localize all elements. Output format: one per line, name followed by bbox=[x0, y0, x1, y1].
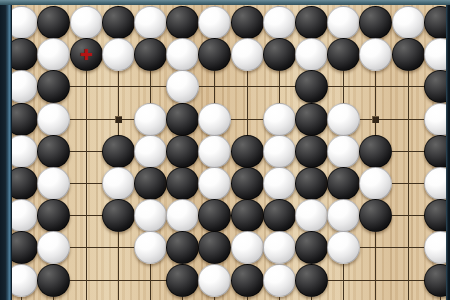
white-stone-glyph: ○ bbox=[170, 71, 194, 102]
black-stone-glyph: ● bbox=[235, 7, 259, 38]
black-stone-c11-r4[interactable]: ● bbox=[359, 135, 392, 168]
white-stone-glyph: ○ bbox=[267, 168, 291, 199]
black-stone-glyph: ● bbox=[299, 265, 323, 296]
white-stone-glyph: ○ bbox=[42, 168, 66, 199]
white-stone-c11-r5[interactable]: ○ bbox=[359, 167, 392, 200]
white-stone-glyph: ○ bbox=[12, 71, 34, 102]
intersection-c11-r2[interactable] bbox=[360, 71, 391, 102]
white-stone-glyph: ○ bbox=[12, 200, 34, 231]
white-stone-glyph: ○ bbox=[267, 104, 291, 135]
black-stone-c6-r1[interactable]: ● bbox=[198, 38, 231, 71]
black-stone-glyph: ● bbox=[428, 265, 446, 296]
white-stone-glyph: ○ bbox=[331, 104, 355, 135]
black-stone-glyph: ● bbox=[299, 168, 323, 199]
black-stone-glyph: ● bbox=[203, 39, 227, 70]
black-stone-glyph: ● bbox=[299, 104, 323, 135]
white-stone-glyph: ○ bbox=[12, 136, 34, 167]
black-stone-c0-r1[interactable]: ● bbox=[12, 38, 38, 71]
black-stone-c13-r6[interactable]: ● bbox=[424, 199, 446, 232]
white-stone-glyph: ○ bbox=[428, 104, 446, 135]
white-stone-glyph: ○ bbox=[170, 39, 194, 70]
white-stone-c8-r8[interactable]: ○ bbox=[263, 264, 296, 297]
white-stone-glyph: ○ bbox=[331, 200, 355, 231]
white-stone-glyph: ○ bbox=[138, 232, 162, 263]
white-stone-c7-r7[interactable]: ○ bbox=[231, 231, 264, 264]
white-stone-c10-r4[interactable]: ○ bbox=[327, 135, 360, 168]
white-stone-glyph: ○ bbox=[12, 265, 34, 296]
white-stone-glyph: ○ bbox=[235, 232, 259, 263]
white-stone-c8-r5[interactable]: ○ bbox=[263, 167, 296, 200]
black-stone-glyph: ● bbox=[42, 265, 66, 296]
black-stone-glyph: ● bbox=[170, 7, 194, 38]
black-stone-glyph: ● bbox=[364, 200, 388, 231]
black-stone-glyph: ● bbox=[170, 168, 194, 199]
black-stone-c13-r2[interactable]: ● bbox=[424, 70, 446, 103]
intersection-c2-r3[interactable] bbox=[71, 104, 102, 135]
black-stone-c13-r8[interactable]: ● bbox=[424, 264, 446, 297]
black-stone-glyph: ● bbox=[299, 7, 323, 38]
white-stone-glyph: ○ bbox=[203, 265, 227, 296]
black-stone-c8-r1[interactable]: ● bbox=[263, 38, 296, 71]
white-stone-c5-r6[interactable]: ○ bbox=[166, 199, 199, 232]
black-stone-c1-r8[interactable]: ● bbox=[37, 264, 70, 297]
window-border-top bbox=[0, 0, 450, 5]
black-stone-glyph: ● bbox=[428, 7, 446, 38]
white-stone-c0-r2[interactable]: ○ bbox=[12, 70, 38, 103]
white-stone-glyph: ○ bbox=[267, 232, 291, 263]
white-stone-c13-r5[interactable]: ○ bbox=[424, 167, 446, 200]
black-stone-glyph: ● bbox=[331, 168, 355, 199]
black-stone-c7-r4[interactable]: ● bbox=[231, 135, 264, 168]
black-stone-glyph: ● bbox=[299, 71, 323, 102]
black-stone-c0-r5[interactable]: ● bbox=[12, 167, 38, 200]
black-stone-c1-r6[interactable]: ● bbox=[37, 199, 70, 232]
white-stone-glyph: ○ bbox=[170, 200, 194, 231]
intersection-c12-r4[interactable] bbox=[393, 136, 424, 167]
intersection-c10-r8[interactable] bbox=[328, 265, 359, 296]
black-stone-c9-r0[interactable]: ● bbox=[295, 6, 328, 39]
white-stone-c5-r1[interactable]: ○ bbox=[166, 38, 199, 71]
white-stone-c6-r3[interactable]: ○ bbox=[198, 103, 231, 136]
intersection-c4-r2[interactable] bbox=[135, 71, 166, 102]
black-stone-glyph: ● bbox=[299, 232, 323, 263]
black-stone-glyph: ● bbox=[428, 200, 446, 231]
white-stone-glyph: ○ bbox=[428, 39, 446, 70]
intersection-c2-r6[interactable] bbox=[71, 200, 102, 231]
intersection-c7-r2[interactable] bbox=[232, 71, 263, 102]
black-stone-c5-r5[interactable]: ● bbox=[166, 167, 199, 200]
black-stone-glyph: ● bbox=[42, 7, 66, 38]
black-stone-glyph: ● bbox=[396, 39, 420, 70]
black-stone-glyph: ● bbox=[106, 200, 130, 231]
white-stone-c8-r7[interactable]: ○ bbox=[263, 231, 296, 264]
intersection-c2-r2[interactable] bbox=[71, 71, 102, 102]
white-stone-c0-r4[interactable]: ○ bbox=[12, 135, 38, 168]
white-stone-glyph: ○ bbox=[138, 7, 162, 38]
white-stone-glyph: ○ bbox=[267, 136, 291, 167]
white-stone-glyph: ○ bbox=[138, 136, 162, 167]
white-stone-glyph: ○ bbox=[364, 168, 388, 199]
white-stone-glyph: ○ bbox=[267, 265, 291, 296]
black-stone-glyph: ● bbox=[170, 232, 194, 263]
black-stone-glyph: ● bbox=[235, 200, 259, 231]
last-move-marker: ✚ bbox=[78, 47, 94, 63]
black-stone-c9-r5[interactable]: ● bbox=[295, 167, 328, 200]
white-stone-c9-r6[interactable]: ○ bbox=[295, 199, 328, 232]
white-stone-glyph: ○ bbox=[42, 39, 66, 70]
white-stone-glyph: ○ bbox=[428, 232, 446, 263]
black-stone-c4-r1[interactable]: ● bbox=[134, 38, 167, 71]
black-stone-c11-r6[interactable]: ● bbox=[359, 199, 392, 232]
black-stone-c1-r2[interactable]: ● bbox=[37, 70, 70, 103]
black-stone-c9-r7[interactable]: ● bbox=[295, 231, 328, 264]
intersection-c4-r8[interactable] bbox=[135, 265, 166, 296]
black-stone-glyph: ● bbox=[42, 200, 66, 231]
intersection-c12-r7[interactable] bbox=[393, 232, 424, 263]
white-stone-c3-r1[interactable]: ○ bbox=[102, 38, 135, 71]
white-stone-c4-r7[interactable]: ○ bbox=[134, 231, 167, 264]
black-stone-glyph: ● bbox=[138, 39, 162, 70]
go-board[interactable]: ○●○●○●○●○●○●○●●○●○●○●○●○●○●○○●○●●●○○●○○●… bbox=[12, 5, 446, 300]
white-stone-glyph: ○ bbox=[299, 39, 323, 70]
black-stone-glyph: ● bbox=[170, 104, 194, 135]
black-stone-c0-r3[interactable]: ● bbox=[12, 103, 38, 136]
window-border-right bbox=[446, 0, 450, 300]
black-stone-glyph: ● bbox=[203, 200, 227, 231]
black-stone-c7-r5[interactable]: ● bbox=[231, 167, 264, 200]
white-stone-c1-r7[interactable]: ○ bbox=[37, 231, 70, 264]
intersection-c2-r7[interactable] bbox=[71, 232, 102, 263]
white-stone-c4-r4[interactable]: ○ bbox=[134, 135, 167, 168]
intersection-c11-r3[interactable] bbox=[360, 104, 391, 135]
black-stone-glyph: ● bbox=[267, 200, 291, 231]
white-stone-glyph: ○ bbox=[235, 39, 259, 70]
black-stone-c6-r7[interactable]: ● bbox=[198, 231, 231, 264]
intersection-c12-r3[interactable] bbox=[393, 104, 424, 135]
black-stone-glyph: ● bbox=[235, 136, 259, 167]
black-stone-c5-r0[interactable]: ● bbox=[166, 6, 199, 39]
black-stone-c7-r0[interactable]: ● bbox=[231, 6, 264, 39]
white-stone-glyph: ○ bbox=[331, 7, 355, 38]
white-stone-c10-r0[interactable]: ○ bbox=[327, 6, 360, 39]
black-stone-c3-r6[interactable]: ● bbox=[102, 199, 135, 232]
white-stone-glyph: ○ bbox=[299, 200, 323, 231]
white-stone-c0-r6[interactable]: ○ bbox=[12, 199, 38, 232]
black-stone-c5-r8[interactable]: ● bbox=[166, 264, 199, 297]
black-stone-glyph: ● bbox=[106, 136, 130, 167]
black-stone-glyph: ● bbox=[331, 39, 355, 70]
intersection-c11-r8[interactable] bbox=[360, 265, 391, 296]
white-stone-c1-r1[interactable]: ○ bbox=[37, 38, 70, 71]
black-stone-glyph: ● bbox=[42, 136, 66, 167]
intersection-c8-r2[interactable] bbox=[264, 71, 295, 102]
black-stone-glyph: ● bbox=[106, 7, 130, 38]
white-stone-c10-r7[interactable]: ○ bbox=[327, 231, 360, 264]
white-stone-glyph: ○ bbox=[396, 7, 420, 38]
black-stone-glyph: ● bbox=[428, 136, 446, 167]
intersection-c7-r3[interactable] bbox=[232, 104, 263, 135]
white-stone-c6-r8[interactable]: ○ bbox=[198, 264, 231, 297]
white-stone-c5-r2[interactable]: ○ bbox=[166, 70, 199, 103]
intersection-c2-r8[interactable] bbox=[71, 265, 102, 296]
black-stone-glyph: ● bbox=[12, 104, 34, 135]
white-stone-c4-r6[interactable]: ○ bbox=[134, 199, 167, 232]
intersection-c12-r8[interactable] bbox=[393, 265, 424, 296]
black-stone-glyph: ● bbox=[267, 39, 291, 70]
black-stone-c7-r6[interactable]: ● bbox=[231, 199, 264, 232]
black-stone-glyph: ● bbox=[203, 232, 227, 263]
black-stone-glyph: ● bbox=[235, 265, 259, 296]
white-stone-c10-r3[interactable]: ○ bbox=[327, 103, 360, 136]
white-stone-glyph: ○ bbox=[203, 104, 227, 135]
black-stone-c3-r0[interactable]: ● bbox=[102, 6, 135, 39]
black-stone-glyph: ● bbox=[42, 71, 66, 102]
white-stone-c7-r1[interactable]: ○ bbox=[231, 38, 264, 71]
black-stone-glyph: ● bbox=[299, 136, 323, 167]
white-stone-c0-r0[interactable]: ○ bbox=[12, 6, 38, 39]
black-stone-glyph: ● bbox=[428, 71, 446, 102]
white-stone-glyph: ○ bbox=[74, 7, 98, 38]
black-stone-glyph: ● bbox=[170, 265, 194, 296]
white-stone-c3-r5[interactable]: ○ bbox=[102, 167, 135, 200]
black-stone-glyph: ● bbox=[170, 136, 194, 167]
white-stone-c13-r1[interactable]: ○ bbox=[424, 38, 446, 71]
intersection-c6-r2[interactable] bbox=[199, 71, 230, 102]
black-stone-c6-r6[interactable]: ● bbox=[198, 199, 231, 232]
white-stone-glyph: ○ bbox=[203, 136, 227, 167]
white-stone-c10-r6[interactable]: ○ bbox=[327, 199, 360, 232]
black-stone-c13-r0[interactable]: ● bbox=[424, 6, 446, 39]
black-stone-glyph: ● bbox=[12, 39, 34, 70]
black-stone-c0-r7[interactable]: ● bbox=[12, 231, 38, 264]
white-stone-c2-r0[interactable]: ○ bbox=[70, 6, 103, 39]
intersection-c12-r6[interactable] bbox=[393, 200, 424, 231]
black-stone-c9-r4[interactable]: ● bbox=[295, 135, 328, 168]
white-stone-glyph: ○ bbox=[428, 168, 446, 199]
white-stone-c8-r4[interactable]: ○ bbox=[263, 135, 296, 168]
intersection-c12-r5[interactable] bbox=[393, 168, 424, 199]
black-stone-c9-r3[interactable]: ● bbox=[295, 103, 328, 136]
black-stone-c1-r0[interactable]: ● bbox=[37, 6, 70, 39]
black-stone-c11-r0[interactable]: ● bbox=[359, 6, 392, 39]
black-stone-c1-r4[interactable]: ● bbox=[37, 135, 70, 168]
black-stone-c5-r4[interactable]: ● bbox=[166, 135, 199, 168]
white-stone-glyph: ○ bbox=[203, 7, 227, 38]
white-stone-c6-r0[interactable]: ○ bbox=[198, 6, 231, 39]
intersection-c12-r2[interactable] bbox=[393, 71, 424, 102]
black-stone-glyph: ● bbox=[364, 7, 388, 38]
intersection-c2-r4[interactable] bbox=[71, 136, 102, 167]
window-border-left bbox=[0, 0, 12, 300]
white-stone-glyph: ○ bbox=[331, 136, 355, 167]
white-stone-c13-r3[interactable]: ○ bbox=[424, 103, 446, 136]
black-stone-c5-r7[interactable]: ● bbox=[166, 231, 199, 264]
white-stone-glyph: ○ bbox=[138, 104, 162, 135]
white-stone-c1-r5[interactable]: ○ bbox=[37, 167, 70, 200]
intersection-c11-r7[interactable] bbox=[360, 232, 391, 263]
black-stone-c9-r2[interactable]: ● bbox=[295, 70, 328, 103]
intersection-c3-r3[interactable] bbox=[103, 104, 134, 135]
black-stone-c7-r8[interactable]: ● bbox=[231, 264, 264, 297]
black-stone-c4-r5[interactable]: ● bbox=[134, 167, 167, 200]
white-stone-glyph: ○ bbox=[42, 104, 66, 135]
white-stone-c4-r0[interactable]: ○ bbox=[134, 6, 167, 39]
white-stone-c4-r3[interactable]: ○ bbox=[134, 103, 167, 136]
intersection-c3-r7[interactable] bbox=[103, 232, 134, 263]
white-stone-c13-r7[interactable]: ○ bbox=[424, 231, 446, 264]
black-stone-c5-r3[interactable]: ● bbox=[166, 103, 199, 136]
black-stone-c9-r8[interactable]: ● bbox=[295, 264, 328, 297]
white-stone-c8-r0[interactable]: ○ bbox=[263, 6, 296, 39]
black-stone-c10-r5[interactable]: ● bbox=[327, 167, 360, 200]
white-stone-c11-r1[interactable]: ○ bbox=[359, 38, 392, 71]
white-stone-glyph: ○ bbox=[138, 200, 162, 231]
white-stone-glyph: ○ bbox=[106, 39, 130, 70]
white-stone-c0-r8[interactable]: ○ bbox=[12, 264, 38, 297]
white-stone-c6-r4[interactable]: ○ bbox=[198, 135, 231, 168]
black-stone-glyph: ● bbox=[235, 168, 259, 199]
white-stone-c6-r5[interactable]: ○ bbox=[198, 167, 231, 200]
white-stone-glyph: ○ bbox=[203, 168, 227, 199]
intersection-c2-r5[interactable] bbox=[71, 168, 102, 199]
black-stone-glyph: ● bbox=[12, 232, 34, 263]
white-stone-glyph: ○ bbox=[42, 232, 66, 263]
white-stone-c1-r3[interactable]: ○ bbox=[37, 103, 70, 136]
black-stone-glyph: ● bbox=[138, 168, 162, 199]
black-stone-c13-r4[interactable]: ● bbox=[424, 135, 446, 168]
white-stone-c9-r1[interactable]: ○ bbox=[295, 38, 328, 71]
white-stone-c12-r0[interactable]: ○ bbox=[392, 6, 425, 39]
intersection-c3-r8[interactable] bbox=[103, 265, 134, 296]
black-stone-c10-r1[interactable]: ● bbox=[327, 38, 360, 71]
black-stone-c8-r6[interactable]: ● bbox=[263, 199, 296, 232]
white-stone-glyph: ○ bbox=[267, 7, 291, 38]
black-stone-glyph: ● bbox=[12, 168, 34, 199]
white-stone-glyph: ○ bbox=[331, 232, 355, 263]
black-stone-glyph: ● bbox=[364, 136, 388, 167]
black-stone-c12-r1[interactable]: ● bbox=[392, 38, 425, 71]
intersection-c3-r2[interactable] bbox=[103, 71, 134, 102]
white-stone-glyph: ○ bbox=[106, 168, 130, 199]
white-stone-glyph: ○ bbox=[364, 39, 388, 70]
white-stone-glyph: ○ bbox=[12, 7, 34, 38]
white-stone-c8-r3[interactable]: ○ bbox=[263, 103, 296, 136]
black-stone-c3-r4[interactable]: ● bbox=[102, 135, 135, 168]
go-app-window: ○●○●○●○●○●○●○●●○●○●○●○●○●○●○○●○●●●○○●○○●… bbox=[0, 0, 450, 300]
intersection-c10-r2[interactable] bbox=[328, 71, 359, 102]
